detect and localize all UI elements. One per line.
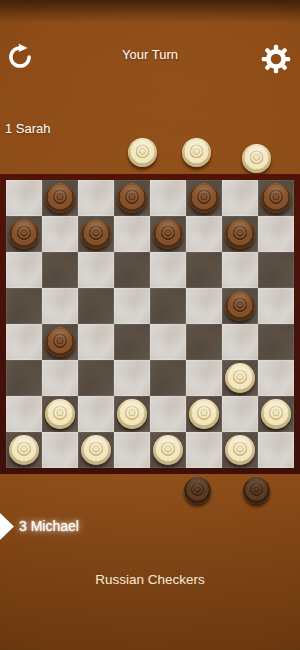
square-h4[interactable] [258, 324, 294, 360]
checker-dark-b4[interactable] [45, 327, 75, 357]
captured-dark-tray [0, 477, 300, 505]
captured-light-checker [242, 144, 271, 173]
square-d7 [114, 216, 150, 252]
square-b4[interactable] [42, 324, 78, 360]
app-screen: Your Turn [0, 0, 300, 650]
player-top-label: 1 Sarah [5, 121, 51, 136]
square-h8[interactable] [258, 180, 294, 216]
square-b3 [42, 360, 78, 396]
square-h7 [258, 216, 294, 252]
square-e4 [150, 324, 186, 360]
checker-light-b2[interactable] [45, 399, 75, 429]
square-a2 [6, 396, 42, 432]
square-g5[interactable] [222, 288, 258, 324]
square-c7[interactable] [78, 216, 114, 252]
square-f4[interactable] [186, 324, 222, 360]
square-c4 [78, 324, 114, 360]
captured-dark-checker [184, 477, 211, 504]
square-b7 [42, 216, 78, 252]
square-a3[interactable] [6, 360, 42, 396]
square-e8 [150, 180, 186, 216]
square-a8 [6, 180, 42, 216]
checker-dark-h8[interactable] [261, 183, 291, 213]
square-g7[interactable] [222, 216, 258, 252]
square-g1[interactable] [222, 432, 258, 468]
player-bottom-label: 3 Michael [19, 518, 79, 534]
square-b1 [42, 432, 78, 468]
square-e7[interactable] [150, 216, 186, 252]
square-h6[interactable] [258, 252, 294, 288]
gear-icon [261, 44, 291, 74]
square-g3[interactable] [222, 360, 258, 396]
square-f7 [186, 216, 222, 252]
checker-dark-g7[interactable] [225, 219, 255, 249]
checker-dark-d8[interactable] [117, 183, 147, 213]
square-g4 [222, 324, 258, 360]
square-f2[interactable] [186, 396, 222, 432]
square-c3[interactable] [78, 360, 114, 396]
checker-dark-c7[interactable] [81, 219, 111, 249]
checker-dark-e7[interactable] [153, 219, 183, 249]
square-f8[interactable] [186, 180, 222, 216]
checker-light-c1[interactable] [81, 435, 111, 465]
play-triangle-icon [0, 513, 14, 540]
board-grid [6, 180, 294, 468]
app-title: Russian Checkers [0, 572, 300, 587]
square-h5 [258, 288, 294, 324]
square-a6 [6, 252, 42, 288]
checker-dark-f8[interactable] [189, 183, 219, 213]
checker-light-g3[interactable] [225, 363, 255, 393]
square-a7[interactable] [6, 216, 42, 252]
square-d5 [114, 288, 150, 324]
checker-dark-b8[interactable] [45, 183, 75, 213]
square-c6 [78, 252, 114, 288]
square-a4 [6, 324, 42, 360]
captured-light-checker [182, 138, 211, 167]
square-g2 [222, 396, 258, 432]
square-b2[interactable] [42, 396, 78, 432]
square-e6 [150, 252, 186, 288]
square-e1[interactable] [150, 432, 186, 468]
square-d1 [114, 432, 150, 468]
square-c8 [78, 180, 114, 216]
square-f3 [186, 360, 222, 396]
player-bottom-row: 3 Michael [0, 512, 300, 542]
checker-light-d2[interactable] [117, 399, 147, 429]
square-f5 [186, 288, 222, 324]
square-d3 [114, 360, 150, 396]
square-e5[interactable] [150, 288, 186, 324]
square-b8[interactable] [42, 180, 78, 216]
settings-button[interactable] [261, 44, 291, 74]
square-b6[interactable] [42, 252, 78, 288]
square-c5[interactable] [78, 288, 114, 324]
checker-light-h2[interactable] [261, 399, 291, 429]
checkers-board [0, 174, 300, 474]
checker-dark-g5[interactable] [225, 291, 255, 321]
square-h1 [258, 432, 294, 468]
turn-status: Your Turn [0, 47, 300, 62]
checker-light-f2[interactable] [189, 399, 219, 429]
checker-light-a1[interactable] [9, 435, 39, 465]
square-c1[interactable] [78, 432, 114, 468]
square-e2 [150, 396, 186, 432]
captured-light-checker [128, 138, 157, 167]
square-g6 [222, 252, 258, 288]
square-f1 [186, 432, 222, 468]
square-c2 [78, 396, 114, 432]
square-f6[interactable] [186, 252, 222, 288]
captured-dark-checker [243, 477, 270, 504]
captured-light-tray [0, 138, 300, 174]
square-e3[interactable] [150, 360, 186, 396]
square-b5 [42, 288, 78, 324]
square-h3 [258, 360, 294, 396]
square-d2[interactable] [114, 396, 150, 432]
square-h2[interactable] [258, 396, 294, 432]
square-d8[interactable] [114, 180, 150, 216]
square-g8 [222, 180, 258, 216]
checker-light-e1[interactable] [153, 435, 183, 465]
square-a1[interactable] [6, 432, 42, 468]
checker-light-g1[interactable] [225, 435, 255, 465]
square-a5[interactable] [6, 288, 42, 324]
checker-dark-a7[interactable] [9, 219, 39, 249]
square-d6[interactable] [114, 252, 150, 288]
square-d4[interactable] [114, 324, 150, 360]
